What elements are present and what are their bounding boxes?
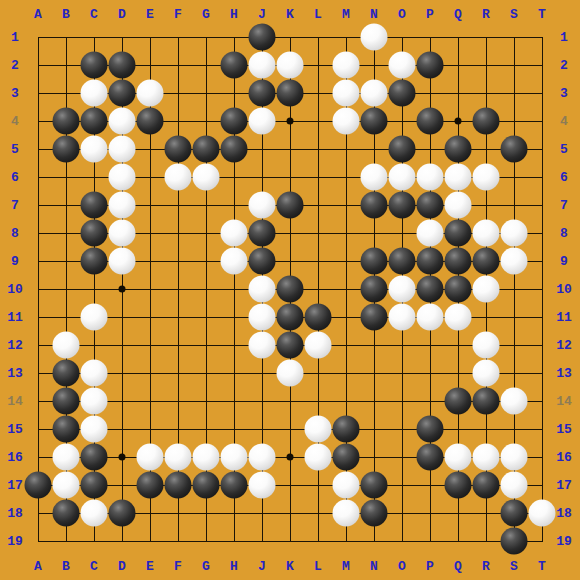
black-stone (25, 472, 52, 499)
black-stone (109, 80, 136, 107)
white-stone (249, 108, 276, 135)
white-stone (81, 136, 108, 163)
white-stone (501, 444, 528, 471)
white-stone (501, 388, 528, 415)
white-stone (53, 444, 80, 471)
row-label-left: 11 (7, 310, 23, 325)
row-label-left: 5 (11, 142, 19, 157)
black-stone (165, 136, 192, 163)
white-stone (109, 136, 136, 163)
column-label-top: C (90, 7, 98, 22)
row-label-right: 1 (560, 30, 568, 45)
white-stone (81, 416, 108, 443)
column-label-top: Q (454, 7, 462, 22)
black-stone (53, 500, 80, 527)
black-stone (277, 192, 304, 219)
black-stone (109, 500, 136, 527)
row-label-left: 9 (11, 254, 19, 269)
black-stone (417, 416, 444, 443)
row-label-right: 6 (560, 170, 568, 185)
white-stone (361, 164, 388, 191)
column-label-bottom: A (34, 559, 42, 574)
row-label-left: 8 (11, 226, 19, 241)
row-label-left: 17 (7, 478, 23, 493)
column-label-bottom: B (62, 559, 70, 574)
black-stone (305, 304, 332, 331)
column-label-top: L (314, 7, 322, 22)
white-stone (277, 360, 304, 387)
column-label-bottom: T (538, 559, 546, 574)
black-stone (277, 332, 304, 359)
column-label-top: E (146, 7, 154, 22)
black-stone (389, 192, 416, 219)
black-stone (221, 136, 248, 163)
black-stone (193, 136, 220, 163)
row-label-right: 13 (556, 366, 572, 381)
column-label-bottom: E (146, 559, 154, 574)
column-label-top: G (202, 7, 210, 22)
black-stone (361, 472, 388, 499)
black-stone (53, 136, 80, 163)
column-label-bottom: D (118, 559, 126, 574)
white-stone (473, 360, 500, 387)
white-stone (445, 192, 472, 219)
black-stone (81, 220, 108, 247)
white-stone (81, 500, 108, 527)
white-stone (473, 164, 500, 191)
column-label-bottom: G (202, 559, 210, 574)
white-stone (249, 472, 276, 499)
column-label-bottom: P (426, 559, 434, 574)
black-stone (81, 108, 108, 135)
row-label-left: 15 (7, 422, 23, 437)
column-label-top: T (538, 7, 546, 22)
black-stone (277, 80, 304, 107)
white-stone (193, 444, 220, 471)
row-label-left: 14 (7, 394, 23, 409)
white-stone (249, 192, 276, 219)
white-stone (473, 444, 500, 471)
black-stone (445, 276, 472, 303)
black-stone (473, 108, 500, 135)
white-stone (501, 248, 528, 275)
row-label-left: 19 (7, 534, 23, 549)
row-label-right: 14 (556, 394, 572, 409)
white-stone (417, 220, 444, 247)
black-stone (165, 472, 192, 499)
column-label-top: K (286, 7, 294, 22)
column-label-bottom: M (342, 559, 350, 574)
column-label-top: R (482, 7, 490, 22)
white-stone (333, 108, 360, 135)
black-stone (389, 80, 416, 107)
black-stone (53, 388, 80, 415)
white-stone (53, 472, 80, 499)
white-stone (473, 332, 500, 359)
black-stone (81, 248, 108, 275)
black-stone (249, 220, 276, 247)
column-label-bottom: S (510, 559, 518, 574)
white-stone (333, 500, 360, 527)
column-label-top: A (34, 7, 42, 22)
star-point (119, 454, 126, 461)
column-label-bottom: R (482, 559, 490, 574)
black-stone (81, 444, 108, 471)
black-stone (445, 472, 472, 499)
white-stone (333, 52, 360, 79)
row-label-left: 12 (7, 338, 23, 353)
row-label-right: 17 (556, 478, 572, 493)
white-stone (81, 80, 108, 107)
white-stone (445, 444, 472, 471)
column-label-bottom: J (258, 559, 266, 574)
white-stone (165, 444, 192, 471)
row-label-right: 3 (560, 86, 568, 101)
black-stone (333, 444, 360, 471)
black-stone (333, 416, 360, 443)
row-label-right: 19 (556, 534, 572, 549)
star-point (455, 118, 462, 125)
white-stone (137, 80, 164, 107)
white-stone (109, 164, 136, 191)
black-stone (81, 472, 108, 499)
column-label-bottom: Q (454, 559, 462, 574)
black-stone (221, 52, 248, 79)
white-stone (249, 444, 276, 471)
white-stone (501, 220, 528, 247)
white-stone (305, 332, 332, 359)
black-stone (445, 248, 472, 275)
white-stone (193, 164, 220, 191)
black-stone (417, 444, 444, 471)
white-stone (165, 164, 192, 191)
white-stone (53, 332, 80, 359)
row-label-left: 10 (7, 282, 23, 297)
white-stone (501, 472, 528, 499)
row-label-right: 18 (556, 506, 572, 521)
row-label-right: 7 (560, 198, 568, 213)
black-stone (445, 388, 472, 415)
white-stone (473, 220, 500, 247)
black-stone (417, 108, 444, 135)
black-stone (473, 472, 500, 499)
black-stone (417, 248, 444, 275)
white-stone (389, 164, 416, 191)
white-stone (473, 276, 500, 303)
white-stone (361, 80, 388, 107)
black-stone (81, 52, 108, 79)
column-label-bottom: F (174, 559, 182, 574)
white-stone (249, 304, 276, 331)
black-stone (389, 248, 416, 275)
black-stone (361, 248, 388, 275)
row-label-left: 16 (7, 450, 23, 465)
white-stone (249, 276, 276, 303)
white-stone (361, 24, 388, 51)
black-stone (249, 248, 276, 275)
white-stone (221, 444, 248, 471)
row-label-right: 16 (556, 450, 572, 465)
white-stone (109, 192, 136, 219)
black-stone (53, 360, 80, 387)
column-label-top: O (398, 7, 406, 22)
black-stone (361, 276, 388, 303)
black-stone (473, 388, 500, 415)
black-stone (501, 528, 528, 555)
black-stone (473, 248, 500, 275)
row-label-right: 9 (560, 254, 568, 269)
column-label-top: B (62, 7, 70, 22)
white-stone (417, 304, 444, 331)
black-stone (249, 80, 276, 107)
row-label-left: 1 (11, 30, 19, 45)
black-stone (137, 108, 164, 135)
black-stone (417, 192, 444, 219)
white-stone (221, 220, 248, 247)
white-stone (417, 164, 444, 191)
black-stone (193, 472, 220, 499)
black-stone (53, 108, 80, 135)
black-stone (221, 108, 248, 135)
column-label-top: S (510, 7, 518, 22)
column-label-top: P (426, 7, 434, 22)
white-stone (333, 472, 360, 499)
black-stone (277, 276, 304, 303)
row-label-right: 15 (556, 422, 572, 437)
row-label-left: 6 (11, 170, 19, 185)
row-label-left: 4 (11, 114, 19, 129)
black-stone (361, 108, 388, 135)
white-stone (137, 444, 164, 471)
black-stone (417, 52, 444, 79)
white-stone (109, 248, 136, 275)
black-stone (445, 220, 472, 247)
column-label-bottom: H (230, 559, 238, 574)
black-stone (81, 192, 108, 219)
white-stone (81, 388, 108, 415)
black-stone (445, 136, 472, 163)
black-stone (137, 472, 164, 499)
row-label-left: 3 (11, 86, 19, 101)
row-label-right: 12 (556, 338, 572, 353)
row-label-left: 18 (7, 506, 23, 521)
row-label-left: 7 (11, 198, 19, 213)
white-stone (81, 360, 108, 387)
black-stone (501, 136, 528, 163)
black-stone (389, 136, 416, 163)
white-stone (109, 108, 136, 135)
white-stone (249, 332, 276, 359)
column-label-bottom: K (286, 559, 294, 574)
black-stone (53, 416, 80, 443)
black-stone (221, 472, 248, 499)
black-stone (361, 304, 388, 331)
white-stone (445, 164, 472, 191)
black-stone (501, 500, 528, 527)
white-stone (529, 500, 556, 527)
white-stone (389, 276, 416, 303)
black-stone (417, 276, 444, 303)
star-point (119, 286, 126, 293)
row-label-right: 4 (560, 114, 568, 129)
column-label-top: M (342, 7, 350, 22)
white-stone (221, 248, 248, 275)
row-label-right: 8 (560, 226, 568, 241)
black-stone (109, 52, 136, 79)
row-label-left: 13 (7, 366, 23, 381)
black-stone (361, 500, 388, 527)
black-stone (277, 304, 304, 331)
column-label-bottom: N (370, 559, 378, 574)
star-point (287, 118, 294, 125)
white-stone (249, 52, 276, 79)
white-stone (109, 220, 136, 247)
white-stone (445, 304, 472, 331)
row-label-right: 2 (560, 58, 568, 73)
black-stone (361, 192, 388, 219)
white-stone (305, 444, 332, 471)
row-label-right: 5 (560, 142, 568, 157)
white-stone (389, 304, 416, 331)
row-label-right: 10 (556, 282, 572, 297)
star-point (287, 454, 294, 461)
white-stone (333, 80, 360, 107)
white-stone (389, 52, 416, 79)
column-label-top: D (118, 7, 126, 22)
column-label-bottom: L (314, 559, 322, 574)
white-stone (277, 52, 304, 79)
column-label-top: F (174, 7, 182, 22)
column-label-top: H (230, 7, 238, 22)
column-label-bottom: C (90, 559, 98, 574)
white-stone (81, 304, 108, 331)
black-stone (249, 24, 276, 51)
column-label-top: J (258, 7, 266, 22)
column-label-bottom: O (398, 559, 406, 574)
white-stone (305, 416, 332, 443)
row-label-left: 2 (11, 58, 19, 73)
column-label-top: N (370, 7, 378, 22)
row-label-right: 11 (556, 310, 572, 325)
go-board[interactable]: AABBCCDDEEFFGGHHJJKKLLMMNNOOPPQQRRSSTT11… (0, 0, 580, 580)
